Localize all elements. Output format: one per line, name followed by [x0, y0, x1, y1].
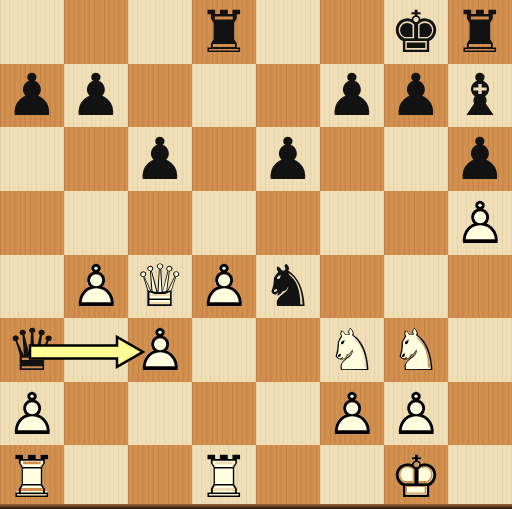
square-e6[interactable]: ♟	[256, 127, 320, 191]
square-g1[interactable]: ♚♔	[384, 445, 448, 509]
square-c8[interactable]	[128, 0, 192, 64]
square-e4[interactable]: ♞	[256, 255, 320, 319]
white-pawn-icon: ♟♙	[64, 255, 128, 319]
square-b7[interactable]: ♟	[64, 64, 128, 128]
square-a5[interactable]	[0, 191, 64, 255]
white-queen-icon: ♛♕	[128, 255, 192, 319]
square-e5[interactable]	[256, 191, 320, 255]
chess-board: ♜♚♜♟♟♟♟♝♟♟♟♟♙♟♙♛♕♟♙♞♛♟♙♞♘♞♘♟♙♟♙♟♙♜♖♜♖♚♔	[0, 0, 512, 509]
square-f2[interactable]: ♟♙	[320, 382, 384, 446]
square-b8[interactable]	[64, 0, 128, 64]
square-b4[interactable]: ♟♙	[64, 255, 128, 319]
square-f7[interactable]: ♟	[320, 64, 384, 128]
square-h1[interactable]	[448, 445, 512, 509]
white-king-icon: ♚♔	[384, 445, 448, 509]
white-rook-icon: ♜♖	[0, 445, 64, 509]
black-rook-icon: ♜	[448, 0, 512, 64]
square-d3[interactable]	[192, 318, 256, 382]
square-b6[interactable]	[64, 127, 128, 191]
black-knight-icon: ♞	[256, 255, 320, 319]
square-c1[interactable]	[128, 445, 192, 509]
square-g8[interactable]: ♚	[384, 0, 448, 64]
black-pawn-icon: ♟	[448, 127, 512, 191]
black-pawn-icon: ♟	[320, 64, 384, 128]
white-pawn-icon: ♟♙	[128, 318, 192, 382]
black-rook-icon: ♜	[192, 0, 256, 64]
square-c5[interactable]	[128, 191, 192, 255]
square-b1[interactable]	[64, 445, 128, 509]
black-pawn-icon: ♟	[64, 64, 128, 128]
white-knight-icon: ♞♘	[384, 318, 448, 382]
square-b5[interactable]	[64, 191, 128, 255]
black-queen-icon: ♛	[0, 318, 64, 382]
square-d4[interactable]: ♟♙	[192, 255, 256, 319]
square-e1[interactable]	[256, 445, 320, 509]
square-d5[interactable]	[192, 191, 256, 255]
square-f1[interactable]	[320, 445, 384, 509]
square-g5[interactable]	[384, 191, 448, 255]
white-pawn-icon: ♟♙	[0, 382, 64, 446]
square-a3[interactable]: ♛	[0, 318, 64, 382]
square-f3[interactable]: ♞♘	[320, 318, 384, 382]
white-pawn-icon: ♟♙	[192, 255, 256, 319]
square-h2[interactable]	[448, 382, 512, 446]
white-pawn-icon: ♟♙	[320, 382, 384, 446]
square-a7[interactable]: ♟	[0, 64, 64, 128]
square-c2[interactable]	[128, 382, 192, 446]
square-f6[interactable]	[320, 127, 384, 191]
chess-diagram: ♜♚♜♟♟♟♟♝♟♟♟♟♙♟♙♛♕♟♙♞♛♟♙♞♘♞♘♟♙♟♙♟♙♜♖♜♖♚♔	[0, 0, 512, 509]
square-e3[interactable]	[256, 318, 320, 382]
square-a2[interactable]: ♟♙	[0, 382, 64, 446]
black-pawn-icon: ♟	[384, 64, 448, 128]
square-g6[interactable]	[384, 127, 448, 191]
square-h4[interactable]	[448, 255, 512, 319]
black-king-icon: ♚	[384, 0, 448, 64]
square-h7[interactable]: ♝	[448, 64, 512, 128]
board-bottom-edge	[0, 504, 512, 509]
square-f4[interactable]	[320, 255, 384, 319]
square-a1[interactable]: ♜♖	[0, 445, 64, 509]
square-e8[interactable]	[256, 0, 320, 64]
white-pawn-icon: ♟♙	[384, 382, 448, 446]
square-d1[interactable]: ♜♖	[192, 445, 256, 509]
square-h3[interactable]	[448, 318, 512, 382]
square-d6[interactable]	[192, 127, 256, 191]
square-h6[interactable]: ♟	[448, 127, 512, 191]
square-a8[interactable]	[0, 0, 64, 64]
square-g2[interactable]: ♟♙	[384, 382, 448, 446]
square-d7[interactable]	[192, 64, 256, 128]
square-c3[interactable]: ♟♙	[128, 318, 192, 382]
square-d2[interactable]	[192, 382, 256, 446]
square-c7[interactable]	[128, 64, 192, 128]
square-b3[interactable]	[64, 318, 128, 382]
square-d8[interactable]: ♜	[192, 0, 256, 64]
square-c4[interactable]: ♛♕	[128, 255, 192, 319]
square-f8[interactable]	[320, 0, 384, 64]
white-pawn-icon: ♟♙	[448, 191, 512, 255]
black-bishop-icon: ♝	[448, 64, 512, 128]
square-a4[interactable]	[0, 255, 64, 319]
square-e2[interactable]	[256, 382, 320, 446]
white-knight-icon: ♞♘	[320, 318, 384, 382]
square-a6[interactable]	[0, 127, 64, 191]
square-e7[interactable]	[256, 64, 320, 128]
square-h8[interactable]: ♜	[448, 0, 512, 64]
white-rook-icon: ♜♖	[192, 445, 256, 509]
square-g4[interactable]	[384, 255, 448, 319]
square-c6[interactable]: ♟	[128, 127, 192, 191]
square-g7[interactable]: ♟	[384, 64, 448, 128]
square-b2[interactable]	[64, 382, 128, 446]
black-pawn-icon: ♟	[256, 127, 320, 191]
black-pawn-icon: ♟	[128, 127, 192, 191]
square-f5[interactable]	[320, 191, 384, 255]
square-g3[interactable]: ♞♘	[384, 318, 448, 382]
square-h5[interactable]: ♟♙	[448, 191, 512, 255]
black-pawn-icon: ♟	[0, 64, 64, 128]
